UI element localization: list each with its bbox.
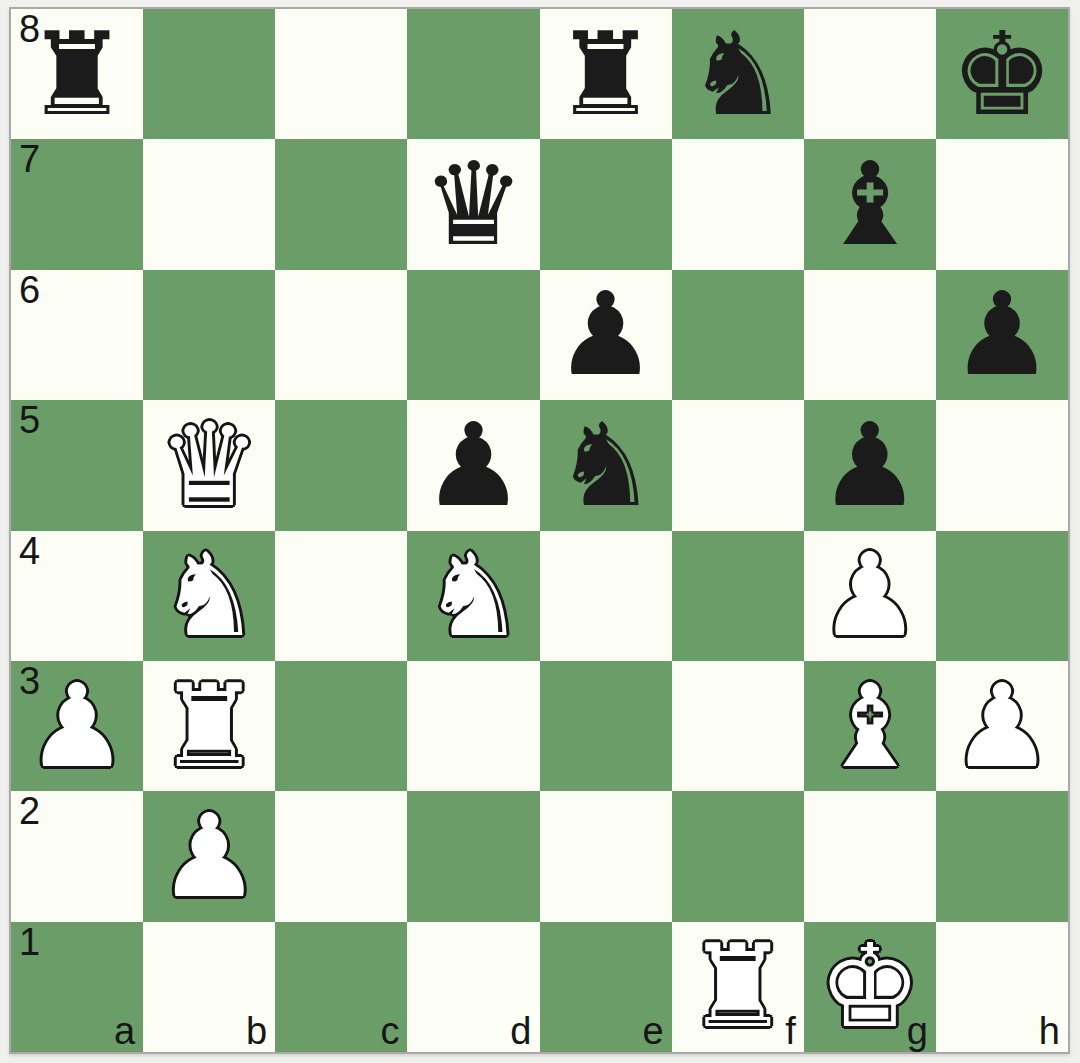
white-knight-b4[interactable]: ♞ [158, 538, 261, 653]
square-g7[interactable]: ♝ [804, 139, 936, 269]
rank-label-6: 6 [19, 271, 40, 311]
square-d8[interactable] [407, 9, 539, 139]
white-pawn-b2[interactable]: ♟ [158, 799, 261, 914]
square-g1[interactable]: g♚ [804, 922, 936, 1052]
square-f2[interactable] [672, 791, 804, 921]
square-b5[interactable]: ♛ [143, 400, 275, 530]
square-h8[interactable]: ♚ [936, 9, 1068, 139]
square-c3[interactable] [275, 661, 407, 791]
file-label-c: c [380, 1012, 399, 1052]
square-g6[interactable] [804, 270, 936, 400]
square-g3[interactable]: ♝ [804, 661, 936, 791]
square-d5[interactable]: ♟ [407, 400, 539, 530]
square-e5[interactable]: ♞ [540, 400, 672, 530]
square-c1[interactable]: c [275, 922, 407, 1052]
square-a3[interactable]: 3♟ [11, 661, 143, 791]
square-f6[interactable] [672, 270, 804, 400]
file-label-e: e [642, 1012, 663, 1052]
rank-label-2: 2 [19, 792, 40, 832]
square-d7[interactable]: ♛ [407, 139, 539, 269]
square-b3[interactable]: ♜ [143, 661, 275, 791]
white-king-g1[interactable]: ♚ [818, 929, 921, 1044]
square-e2[interactable] [540, 791, 672, 921]
white-pawn-h3[interactable]: ♟ [950, 669, 1053, 784]
white-bishop-g3[interactable]: ♝ [818, 669, 921, 784]
square-f7[interactable] [672, 139, 804, 269]
rank-label-5: 5 [19, 401, 40, 441]
black-pawn-g5[interactable]: ♟ [818, 408, 921, 523]
square-d2[interactable] [407, 791, 539, 921]
square-f4[interactable] [672, 531, 804, 661]
black-queen-d7[interactable]: ♛ [422, 147, 525, 262]
square-h1[interactable]: h [936, 922, 1068, 1052]
white-rook-b3[interactable]: ♜ [158, 669, 261, 784]
file-label-d: d [510, 1012, 531, 1052]
square-e8[interactable]: ♜ [540, 9, 672, 139]
square-b2[interactable]: ♟ [143, 791, 275, 921]
square-a7[interactable]: 7 [11, 139, 143, 269]
square-g4[interactable]: ♟ [804, 531, 936, 661]
square-c2[interactable] [275, 791, 407, 921]
file-label-h: h [1039, 1012, 1060, 1052]
square-f1[interactable]: f♜ [672, 922, 804, 1052]
file-label-b: b [246, 1012, 267, 1052]
square-g5[interactable]: ♟ [804, 400, 936, 530]
rank-label-1: 1 [19, 923, 40, 963]
square-f5[interactable] [672, 400, 804, 530]
square-h3[interactable]: ♟ [936, 661, 1068, 791]
white-rook-f1[interactable]: ♜ [686, 929, 789, 1044]
square-g2[interactable] [804, 791, 936, 921]
square-c7[interactable] [275, 139, 407, 269]
square-h4[interactable] [936, 531, 1068, 661]
square-a6[interactable]: 6 [11, 270, 143, 400]
chess-board: 8♜♜♞♚7♛♝6♟♟5♛♟♞♟4♞♞♟3♟♜♝♟2♟1abcdef♜g♚h [11, 9, 1068, 1052]
black-pawn-d5[interactable]: ♟ [422, 408, 525, 523]
square-e7[interactable] [540, 139, 672, 269]
square-e6[interactable]: ♟ [540, 270, 672, 400]
black-pawn-e6[interactable]: ♟ [554, 277, 657, 392]
square-c4[interactable] [275, 531, 407, 661]
square-e3[interactable] [540, 661, 672, 791]
black-bishop-g7[interactable]: ♝ [818, 147, 921, 262]
square-a4[interactable]: 4 [11, 531, 143, 661]
square-b8[interactable] [143, 9, 275, 139]
square-b6[interactable] [143, 270, 275, 400]
black-knight-f8[interactable]: ♞ [686, 17, 789, 132]
black-king-h8[interactable]: ♚ [950, 17, 1053, 132]
square-h7[interactable] [936, 139, 1068, 269]
black-rook-e8[interactable]: ♜ [554, 17, 657, 132]
square-c8[interactable] [275, 9, 407, 139]
square-f3[interactable] [672, 661, 804, 791]
square-f8[interactable]: ♞ [672, 9, 804, 139]
rank-label-3: 3 [19, 662, 40, 702]
black-pawn-h6[interactable]: ♟ [950, 277, 1053, 392]
square-b7[interactable] [143, 139, 275, 269]
black-knight-e5[interactable]: ♞ [554, 408, 657, 523]
square-e1[interactable]: e [540, 922, 672, 1052]
square-a2[interactable]: 2 [11, 791, 143, 921]
square-d3[interactable] [407, 661, 539, 791]
square-b4[interactable]: ♞ [143, 531, 275, 661]
rank-label-4: 4 [19, 532, 40, 572]
rank-label-8: 8 [19, 10, 40, 50]
square-d1[interactable]: d [407, 922, 539, 1052]
square-d6[interactable] [407, 270, 539, 400]
square-d4[interactable]: ♞ [407, 531, 539, 661]
board-frame: 8♜♜♞♚7♛♝6♟♟5♛♟♞♟4♞♞♟3♟♜♝♟2♟1abcdef♜g♚h [9, 7, 1070, 1054]
square-a1[interactable]: 1a [11, 922, 143, 1052]
white-knight-d4[interactable]: ♞ [422, 538, 525, 653]
black-rook-a8[interactable]: ♜ [26, 17, 129, 132]
white-pawn-g4[interactable]: ♟ [818, 538, 921, 653]
rank-label-7: 7 [19, 140, 40, 180]
square-a8[interactable]: 8♜ [11, 9, 143, 139]
file-label-a: a [114, 1012, 135, 1052]
square-h5[interactable] [936, 400, 1068, 530]
square-h2[interactable] [936, 791, 1068, 921]
square-h6[interactable]: ♟ [936, 270, 1068, 400]
square-b1[interactable]: b [143, 922, 275, 1052]
white-queen-b5[interactable]: ♛ [158, 408, 261, 523]
square-c5[interactable] [275, 400, 407, 530]
white-pawn-a3[interactable]: ♟ [26, 669, 129, 784]
square-a5[interactable]: 5 [11, 400, 143, 530]
square-e4[interactable] [540, 531, 672, 661]
square-g8[interactable] [804, 9, 936, 139]
square-c6[interactable] [275, 270, 407, 400]
